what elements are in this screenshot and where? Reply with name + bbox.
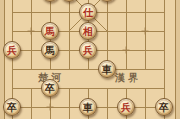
piece-glyph: 兵 — [7, 46, 17, 56]
piece-glyph: 卒 — [45, 84, 55, 94]
piece-red-elephant[interactable]: 相 — [79, 22, 97, 40]
piece-red-soldier[interactable]: 兵 — [3, 41, 21, 59]
piece-red-elephant[interactable]: 相 — [41, 0, 59, 2]
piece-black-chariot[interactable]: 車 — [79, 98, 97, 116]
piece-glyph: 車 — [83, 103, 93, 113]
pieces-layer: 相帥仕仕馬相兵馬兵車卒卒車兵卒 — [0, 0, 180, 119]
piece-glyph: 兵 — [121, 103, 131, 113]
piece-glyph: 仕 — [83, 8, 93, 18]
piece-glyph: 馬 — [45, 27, 55, 37]
piece-glyph: 卒 — [159, 103, 169, 113]
piece-glyph: 兵 — [83, 46, 93, 56]
piece-red-soldier[interactable]: 兵 — [117, 98, 135, 116]
piece-black-chariot[interactable]: 車 — [98, 60, 116, 78]
piece-glyph: 車 — [102, 65, 112, 75]
piece-red-horse[interactable]: 馬 — [41, 22, 59, 40]
piece-red-king[interactable]: 帥 — [60, 0, 78, 2]
piece-black-soldier[interactable]: 卒 — [3, 98, 21, 116]
piece-red-advisor[interactable]: 仕 — [98, 0, 116, 2]
piece-black-soldier[interactable]: 卒 — [155, 98, 173, 116]
xiangqi-board[interactable]: 楚河 漢界 相帥仕仕馬相兵馬兵車卒卒車兵卒 — [0, 0, 180, 119]
piece-glyph: 馬 — [45, 46, 55, 56]
piece-black-soldier[interactable]: 卒 — [41, 79, 59, 97]
piece-glyph: 卒 — [7, 103, 17, 113]
piece-glyph: 相 — [83, 27, 93, 37]
piece-red-soldier[interactable]: 兵 — [79, 41, 97, 59]
piece-black-horse[interactable]: 馬 — [41, 41, 59, 59]
piece-red-advisor[interactable]: 仕 — [79, 3, 97, 21]
